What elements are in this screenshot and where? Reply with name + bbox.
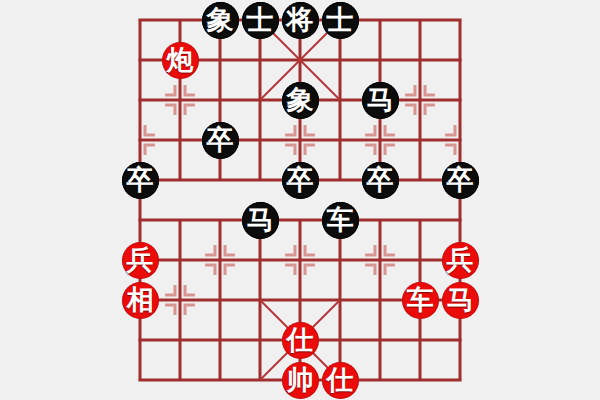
piece-grid[interactable]: 象士将士炮象马卒卒卒卒卒马车兵兵相车马仕帅仕 bbox=[120, 0, 480, 400]
piece-black-soldier[interactable]: 卒 bbox=[442, 162, 479, 199]
piece-red-advisor[interactable]: 仕 bbox=[282, 322, 319, 359]
piece-black-soldier[interactable]: 卒 bbox=[122, 162, 159, 199]
piece-red-soldier[interactable]: 兵 bbox=[442, 242, 479, 279]
piece-black-soldier[interactable]: 卒 bbox=[202, 122, 239, 159]
piece-red-chariot[interactable]: 车 bbox=[402, 282, 439, 319]
piece-black-general[interactable]: 将 bbox=[282, 2, 319, 39]
piece-black-advisor[interactable]: 士 bbox=[322, 2, 359, 39]
piece-red-soldier[interactable]: 兵 bbox=[122, 242, 159, 279]
xiangqi-board: 象士将士炮象马卒卒卒卒卒马车兵兵相车马仕帅仕 bbox=[0, 0, 600, 400]
piece-red-advisor[interactable]: 仕 bbox=[322, 362, 359, 399]
piece-red-elephant[interactable]: 相 bbox=[122, 282, 159, 319]
piece-red-cannon[interactable]: 炮 bbox=[162, 42, 199, 79]
piece-red-horse[interactable]: 马 bbox=[442, 282, 479, 319]
piece-black-soldier[interactable]: 卒 bbox=[282, 162, 319, 199]
piece-black-chariot[interactable]: 车 bbox=[322, 202, 359, 239]
piece-black-horse[interactable]: 马 bbox=[242, 202, 279, 239]
piece-black-soldier[interactable]: 卒 bbox=[362, 162, 399, 199]
piece-red-general[interactable]: 帅 bbox=[282, 362, 319, 399]
piece-black-horse[interactable]: 马 bbox=[362, 82, 399, 119]
piece-black-advisor[interactable]: 士 bbox=[242, 2, 279, 39]
piece-black-elephant[interactable]: 象 bbox=[202, 2, 239, 39]
piece-black-elephant[interactable]: 象 bbox=[282, 82, 319, 119]
